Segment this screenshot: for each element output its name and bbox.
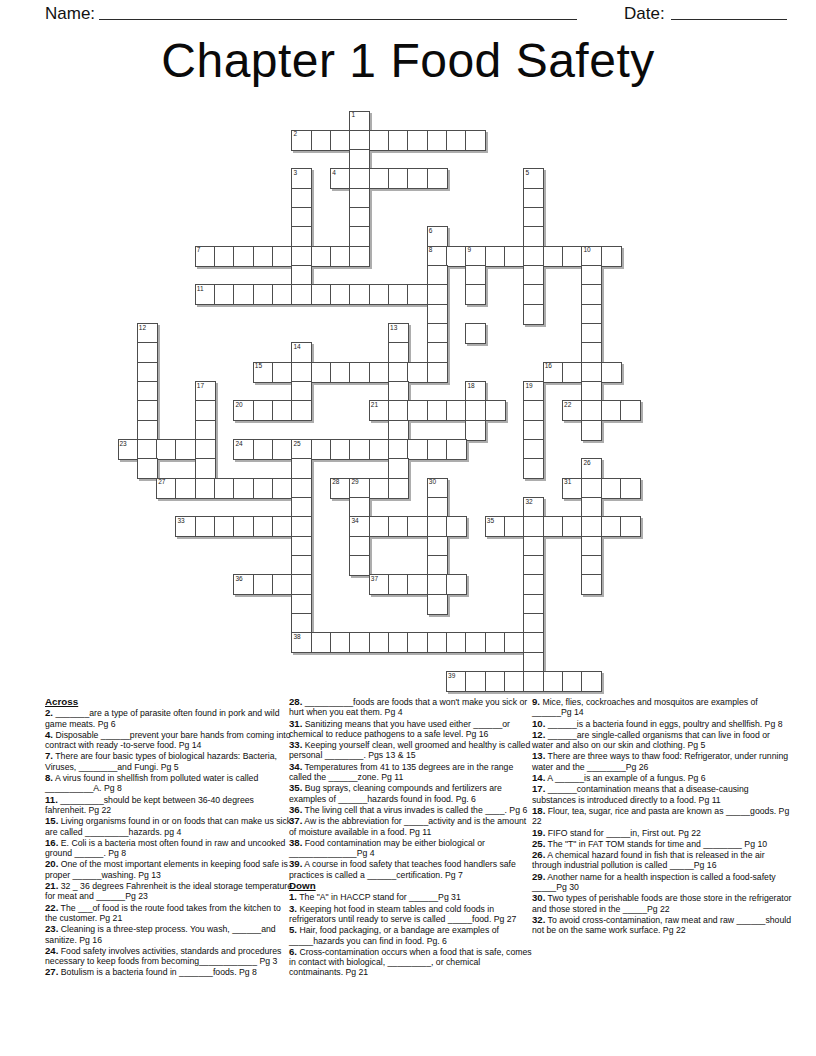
- crossword-cell[interactable]: [388, 400, 409, 421]
- crossword-cell[interactable]: [349, 497, 370, 518]
- crossword-cell[interactable]: [330, 130, 351, 151]
- crossword-cell[interactable]: [253, 574, 274, 595]
- cell-number: 2: [293, 130, 297, 138]
- crossword-cell[interactable]: [523, 652, 544, 673]
- clue-12: 12. ______are single-called organisms th…: [532, 730, 792, 751]
- crossword-cell[interactable]: [407, 439, 428, 460]
- crossword-cell[interactable]: [214, 516, 235, 537]
- clue-37: 37. Aw is the abbreviation for _____acti…: [289, 816, 532, 837]
- crossword-cell[interactable]: [427, 342, 448, 363]
- crossword-cell[interactable]: [291, 188, 312, 209]
- crossword-cell[interactable]: [291, 207, 312, 228]
- crossword-cell[interactable]: [485, 632, 506, 653]
- crossword-cell[interactable]: [137, 439, 158, 460]
- crossword-cell[interactable]: [446, 516, 467, 537]
- cell-number: 32: [525, 498, 532, 506]
- crossword-cell[interactable]: [427, 130, 448, 151]
- crossword-cell[interactable]: [427, 323, 448, 344]
- crossword-cell[interactable]: [446, 439, 467, 460]
- crossword-cell[interactable]: [485, 400, 506, 421]
- crossword-cell[interactable]: [233, 478, 254, 499]
- crossword-cell[interactable]: 3: [291, 168, 312, 189]
- crossword-cell[interactable]: [427, 168, 448, 189]
- crossword-cell[interactable]: [504, 632, 525, 653]
- crossword-cell[interactable]: [465, 265, 486, 286]
- crossword-cell[interactable]: 19: [523, 381, 544, 402]
- crossword-cell[interactable]: 17: [195, 381, 216, 402]
- crossword-cell[interactable]: [523, 246, 544, 267]
- crossword-cell[interactable]: [233, 246, 254, 267]
- crossword-cell[interactable]: [369, 362, 390, 383]
- crossword-cell[interactable]: 24: [233, 439, 254, 460]
- crossword-cell[interactable]: [427, 536, 448, 557]
- name-label: Name:: [45, 4, 95, 24]
- cell-number: 33: [177, 517, 184, 525]
- cell-number: 17: [197, 382, 204, 390]
- crossword-cell[interactable]: [581, 362, 602, 383]
- crossword-cell[interactable]: [562, 362, 583, 383]
- cell-number: 4: [332, 169, 336, 177]
- clue-4: 4. Disposable ______prevent your bare ha…: [45, 730, 293, 751]
- crossword-cell[interactable]: 28: [330, 478, 351, 499]
- crossword-cell[interactable]: [427, 284, 448, 305]
- clue-25: 25. The "T" in FAT TOM stands for time a…: [532, 839, 792, 849]
- crossword-cell[interactable]: [175, 478, 196, 499]
- crossword-cell[interactable]: [175, 439, 196, 460]
- crossword-cell[interactable]: [427, 497, 448, 518]
- crossword-cell[interactable]: [388, 458, 409, 479]
- crossword-cell[interactable]: [195, 478, 216, 499]
- crossword-cell[interactable]: 35: [485, 516, 506, 537]
- crossword-cell[interactable]: [446, 632, 467, 653]
- crossword-cell[interactable]: [291, 478, 312, 499]
- crossword-cell[interactable]: [427, 555, 448, 576]
- crossword-cell[interactable]: 34: [349, 516, 370, 537]
- crossword-cell[interactable]: [369, 130, 390, 151]
- cell-number: 8: [429, 246, 433, 254]
- crossword-cell[interactable]: [388, 342, 409, 363]
- crossword-cell[interactable]: [523, 188, 544, 209]
- crossword-cell[interactable]: 39: [446, 671, 467, 692]
- crossword-cell[interactable]: 10: [581, 246, 602, 267]
- crossword-cell[interactable]: [562, 246, 583, 267]
- across-header: Across: [45, 697, 293, 707]
- crossword-cell[interactable]: [291, 226, 312, 247]
- crossword-cell[interactable]: [311, 284, 332, 305]
- crossword-cell[interactable]: [562, 671, 583, 692]
- crossword-cell[interactable]: [446, 574, 467, 595]
- crossword-cell[interactable]: [291, 265, 312, 286]
- crossword-cell[interactable]: [407, 516, 428, 537]
- crossword-cell[interactable]: 38: [291, 632, 312, 653]
- crossword-cell[interactable]: [523, 284, 544, 305]
- crossword-cell[interactable]: 15: [253, 362, 274, 383]
- crossword-cell[interactable]: [291, 613, 312, 634]
- crossword-cell[interactable]: [427, 439, 448, 460]
- crossword-cell[interactable]: [523, 574, 544, 595]
- cell-number: 37: [371, 575, 378, 583]
- crossword-cell[interactable]: 4: [330, 168, 351, 189]
- clue-24: 24. Food safety involves activities, sta…: [45, 946, 293, 967]
- crossword-cell[interactable]: 6: [427, 226, 448, 247]
- clue-38: 38. Food contamination may be either bio…: [289, 838, 532, 859]
- crossword-cell[interactable]: [137, 400, 158, 421]
- crossword-cell[interactable]: 33: [175, 516, 196, 537]
- crossword-cell[interactable]: [388, 362, 409, 383]
- crossword-cell[interactable]: [581, 536, 602, 557]
- crossword-cell[interactable]: 37: [369, 574, 390, 595]
- crossword-cell[interactable]: [349, 188, 370, 209]
- crossword-cell[interactable]: [581, 342, 602, 363]
- crossword-cell[interactable]: [523, 516, 544, 537]
- crossword-cell[interactable]: 11: [195, 284, 216, 305]
- crossword-cell[interactable]: 31: [562, 478, 583, 499]
- crossword-cell[interactable]: [523, 594, 544, 615]
- crossword-cell[interactable]: [330, 284, 351, 305]
- crossword-cell[interactable]: [523, 458, 544, 479]
- crossword-cell[interactable]: 5: [523, 168, 544, 189]
- crossword-cell[interactable]: [523, 226, 544, 247]
- crossword-cell[interactable]: [369, 284, 390, 305]
- clue-column-middle: 28. __________foods are foods that a won…: [289, 697, 532, 979]
- crossword-cell[interactable]: [581, 381, 602, 402]
- crossword-cell[interactable]: [272, 400, 293, 421]
- crossword-cell[interactable]: [465, 130, 486, 151]
- crossword-cell[interactable]: [233, 516, 254, 537]
- crossword-cell[interactable]: [330, 362, 351, 383]
- crossword-cell[interactable]: 7: [195, 246, 216, 267]
- crossword-cell[interactable]: [330, 246, 351, 267]
- crossword-cell[interactable]: [601, 246, 622, 267]
- crossword-cell[interactable]: 29: [349, 478, 370, 499]
- crossword-cell[interactable]: [311, 246, 332, 267]
- crossword-cell[interactable]: [465, 400, 486, 421]
- crossword-cell[interactable]: [427, 632, 448, 653]
- crossword-cell[interactable]: [523, 420, 544, 441]
- crossword-cell[interactable]: 23: [118, 439, 139, 460]
- crossword-cell[interactable]: [291, 246, 312, 267]
- clue-18: 18. Flour, tea, sugar, rice and pasta ar…: [532, 806, 792, 827]
- crossword-cell[interactable]: [253, 516, 274, 537]
- crossword-cell[interactable]: [407, 130, 428, 151]
- crossword-cell[interactable]: [349, 555, 370, 576]
- crossword-cell[interactable]: [214, 284, 235, 305]
- cell-number: 25: [293, 440, 300, 448]
- crossword-cell[interactable]: [272, 362, 293, 383]
- crossword-cell[interactable]: [349, 207, 370, 228]
- clue-13: 13. There are three ways to thaw food: R…: [532, 751, 792, 772]
- clue-1: 1. The "A" in HACCP stand for ______Pg 3…: [289, 892, 532, 902]
- down-header: Down: [289, 881, 532, 891]
- cell-number: 13: [390, 324, 397, 332]
- crossword-cell[interactable]: [601, 516, 622, 537]
- clue-19: 19. FIFO stand for _____in, First out. P…: [532, 828, 792, 838]
- crossword-cell[interactable]: [137, 420, 158, 441]
- cell-number: 6: [429, 227, 433, 235]
- cell-number: 35: [487, 517, 494, 525]
- crossword-cell[interactable]: [311, 439, 332, 460]
- crossword-cell[interactable]: [253, 400, 274, 421]
- crossword-cell[interactable]: [523, 400, 544, 421]
- crossword-cell[interactable]: [253, 284, 274, 305]
- crossword-cell[interactable]: [427, 516, 448, 537]
- crossword-cell[interactable]: [543, 671, 564, 692]
- crossword-cell[interactable]: [581, 516, 602, 537]
- crossword-cell[interactable]: [446, 400, 467, 421]
- crossword-cell[interactable]: [523, 207, 544, 228]
- clue-6: 6. Cross-contamination occurs when a foo…: [289, 947, 532, 978]
- cell-number: 39: [448, 672, 455, 680]
- crossword-cell[interactable]: [407, 574, 428, 595]
- crossword-cell[interactable]: [523, 671, 544, 692]
- crossword-cell[interactable]: [407, 168, 428, 189]
- crossword-cell[interactable]: [427, 594, 448, 615]
- cell-number: 3: [293, 169, 297, 177]
- crossword-cell[interactable]: 18: [465, 381, 486, 402]
- cell-number: 38: [293, 633, 300, 641]
- crossword-cell[interactable]: [581, 400, 602, 421]
- crossword-cell[interactable]: 20: [233, 400, 254, 421]
- crossword-cell[interactable]: [369, 439, 390, 460]
- crossword-cell[interactable]: [543, 516, 564, 537]
- crossword-cell[interactable]: [407, 400, 428, 421]
- crossword-cell[interactable]: [137, 342, 158, 363]
- crossword-cell[interactable]: [233, 284, 254, 305]
- crossword-cell[interactable]: [581, 265, 602, 286]
- crossword-cell[interactable]: [388, 284, 409, 305]
- name-field[interactable]: [99, 3, 577, 20]
- crossword-cell[interactable]: [485, 671, 506, 692]
- crossword-cell[interactable]: [137, 362, 158, 383]
- crossword-cell[interactable]: [272, 574, 293, 595]
- crossword-cell[interactable]: [291, 555, 312, 576]
- crossword-cell[interactable]: 26: [581, 458, 602, 479]
- crossword-cell[interactable]: [272, 246, 293, 267]
- crossword-cell[interactable]: [407, 284, 428, 305]
- crossword-cell[interactable]: [504, 516, 525, 537]
- clue-30: 30. Two types of perishable foods are th…: [532, 893, 792, 914]
- crossword-cell[interactable]: 8: [427, 246, 448, 267]
- crossword-cell[interactable]: [369, 632, 390, 653]
- crossword-cell[interactable]: [291, 516, 312, 537]
- crossword-cell[interactable]: [291, 400, 312, 421]
- crossword-cell[interactable]: [291, 574, 312, 595]
- crossword-cell[interactable]: [581, 478, 602, 499]
- crossword-cell[interactable]: [581, 671, 602, 692]
- crossword-cell[interactable]: [253, 246, 274, 267]
- clue-28: 28. __________foods are foods that a won…: [289, 697, 532, 718]
- cell-number: 24: [235, 440, 242, 448]
- crossword-cell[interactable]: [523, 555, 544, 576]
- crossword-cell[interactable]: [195, 458, 216, 479]
- crossword-cell[interactable]: [523, 536, 544, 557]
- crossword-cell[interactable]: [291, 381, 312, 402]
- date-field[interactable]: [671, 3, 787, 20]
- crossword-cell[interactable]: 27: [156, 478, 177, 499]
- crossword-cell[interactable]: [311, 130, 332, 151]
- crossword-cell[interactable]: [311, 632, 332, 653]
- crossword-cell[interactable]: 21: [369, 400, 390, 421]
- cell-number: 19: [525, 382, 532, 390]
- crossword-cell[interactable]: [446, 130, 467, 151]
- crossword-cell[interactable]: [388, 478, 409, 499]
- crossword-cell[interactable]: 25: [291, 439, 312, 460]
- crossword-cell[interactable]: [465, 323, 486, 344]
- crossword-cell[interactable]: [427, 304, 448, 325]
- crossword-cell[interactable]: [427, 400, 448, 421]
- crossword-cell[interactable]: [465, 671, 486, 692]
- crossword-cell[interactable]: [523, 265, 544, 286]
- crossword-cell[interactable]: [349, 226, 370, 247]
- crossword-cell[interactable]: [291, 536, 312, 557]
- cell-number: 14: [293, 343, 300, 351]
- crossword-cell[interactable]: [291, 497, 312, 518]
- crossword-cell[interactable]: [369, 516, 390, 537]
- crossword-cell[interactable]: [349, 284, 370, 305]
- crossword-cell[interactable]: 16: [543, 362, 564, 383]
- crossword-cell[interactable]: [272, 439, 293, 460]
- crossword-cell[interactable]: [388, 574, 409, 595]
- crossword-cell[interactable]: [369, 478, 390, 499]
- crossword-cell[interactable]: [465, 420, 486, 441]
- crossword-cell[interactable]: [195, 439, 216, 460]
- crossword-cell[interactable]: [195, 400, 216, 421]
- crossword-cell[interactable]: [523, 439, 544, 460]
- crossword-cell[interactable]: [523, 304, 544, 325]
- cell-number: 18: [467, 382, 474, 390]
- crossword-cell[interactable]: [311, 362, 332, 383]
- clue-2: 2. _______are a type of parasite often f…: [45, 708, 293, 729]
- cell-number: 10: [583, 246, 590, 254]
- crossword-cell[interactable]: [446, 246, 467, 267]
- crossword-cell[interactable]: [388, 420, 409, 441]
- crossword-cell[interactable]: [581, 420, 602, 441]
- crossword-cell[interactable]: [581, 304, 602, 325]
- crossword-cell[interactable]: 1: [349, 111, 370, 132]
- crossword-cell[interactable]: 2: [291, 130, 312, 151]
- crossword-cell[interactable]: [620, 478, 641, 499]
- crossword-cell[interactable]: [349, 168, 370, 189]
- cell-number: 22: [564, 401, 571, 409]
- crossword-cell[interactable]: [291, 362, 312, 383]
- crossword-cell[interactable]: [388, 516, 409, 537]
- clue-39: 39. A course in food safety that teaches…: [289, 859, 532, 880]
- crossword-cell[interactable]: [601, 362, 622, 383]
- crossword-cell[interactable]: [156, 439, 177, 460]
- crossword-cell[interactable]: [272, 516, 293, 537]
- crossword-cell[interactable]: [349, 246, 370, 267]
- crossword-cell[interactable]: [620, 516, 641, 537]
- crossword-cell[interactable]: [601, 478, 622, 499]
- crossword-cell[interactable]: [349, 439, 370, 460]
- page-title: Chapter 1 Food Safety: [0, 33, 816, 88]
- crossword-cell[interactable]: [581, 555, 602, 576]
- crossword-cell[interactable]: [562, 516, 583, 537]
- crossword-cell[interactable]: [504, 246, 525, 267]
- crossword-cell[interactable]: [195, 516, 216, 537]
- crossword-cell[interactable]: [291, 284, 312, 305]
- crossword-cell[interactable]: [388, 632, 409, 653]
- crossword-cell[interactable]: [349, 362, 370, 383]
- crossword-cell[interactable]: [272, 284, 293, 305]
- clue-3: 3. Keeping hot food in steam tables and …: [289, 904, 532, 925]
- cell-number: 26: [583, 459, 590, 467]
- crossword-cell[interactable]: [523, 632, 544, 653]
- clue-11: 11. _________should be kept between 36-4…: [45, 795, 293, 816]
- crossword-cell[interactable]: [253, 478, 274, 499]
- crossword-cell[interactable]: [581, 497, 602, 518]
- crossword-cell[interactable]: [523, 613, 544, 634]
- crossword-cell[interactable]: [581, 323, 602, 344]
- crossword-cell[interactable]: 22: [562, 400, 583, 421]
- crossword-cell[interactable]: [349, 536, 370, 557]
- crossword-cell[interactable]: 12: [137, 323, 158, 344]
- crossword-cell[interactable]: [581, 574, 602, 595]
- crossword-cell[interactable]: [581, 284, 602, 305]
- crossword-cell[interactable]: [349, 632, 370, 653]
- cell-number: 12: [139, 324, 146, 332]
- crossword-cell[interactable]: [291, 458, 312, 479]
- crossword-cell[interactable]: [543, 246, 564, 267]
- crossword-cell[interactable]: [253, 439, 274, 460]
- clue-36: 36. The living cell that a virus invades…: [289, 805, 532, 815]
- crossword-cell[interactable]: [330, 439, 351, 460]
- clue-23: 23. Cleaning is a three-step process. Yo…: [45, 924, 293, 945]
- cell-number: 30: [429, 478, 436, 486]
- crossword-cell[interactable]: [291, 594, 312, 615]
- crossword-cell[interactable]: [388, 168, 409, 189]
- crossword-cell[interactable]: 9: [465, 246, 486, 267]
- crossword-cell[interactable]: [620, 400, 641, 421]
- clue-34: 34. Temperatures from 41 to 135 degrees …: [289, 762, 532, 783]
- clue-14: 14. A ______is an example of a fungus. P…: [532, 773, 792, 783]
- crossword-cell[interactable]: 30: [427, 478, 448, 499]
- crossword-cell[interactable]: 14: [291, 342, 312, 363]
- cell-number: 16: [545, 362, 552, 370]
- crossword-cell[interactable]: 32: [523, 497, 544, 518]
- crossword-cell[interactable]: 13: [388, 323, 409, 344]
- crossword-cell[interactable]: [601, 400, 622, 421]
- cell-number: 5: [525, 169, 529, 177]
- crossword-cell[interactable]: [195, 420, 216, 441]
- crossword-cell[interactable]: [407, 362, 428, 383]
- crossword-cell[interactable]: [272, 478, 293, 499]
- cell-number: 34: [351, 517, 358, 525]
- clue-column-down: 9. Mice, flies, cockroaches and mosquito…: [532, 697, 792, 937]
- crossword-cell[interactable]: [465, 284, 486, 305]
- crossword-cell[interactable]: 36: [233, 574, 254, 595]
- crossword-cell[interactable]: [330, 632, 351, 653]
- crossword-cell[interactable]: [485, 246, 506, 267]
- clue-16: 16. E. Coli is a bacteria most often fou…: [45, 838, 293, 859]
- crossword-cell[interactable]: [369, 168, 390, 189]
- crossword-cell[interactable]: [427, 265, 448, 286]
- crossword-cell[interactable]: [504, 671, 525, 692]
- crossword-cell[interactable]: [137, 458, 158, 479]
- crossword-cell[interactable]: [349, 149, 370, 170]
- crossword-cell[interactable]: [427, 362, 448, 383]
- crossword-cell[interactable]: [388, 130, 409, 151]
- crossword-cell[interactable]: [388, 439, 409, 460]
- crossword-cell[interactable]: [465, 632, 486, 653]
- crossword-cell[interactable]: [214, 246, 235, 267]
- crossword-cell[interactable]: [349, 130, 370, 151]
- crossword-cell[interactable]: [214, 478, 235, 499]
- crossword-cell[interactable]: [137, 381, 158, 402]
- crossword-cell[interactable]: [388, 381, 409, 402]
- crossword-cell[interactable]: [427, 574, 448, 595]
- crossword-cell[interactable]: [407, 632, 428, 653]
